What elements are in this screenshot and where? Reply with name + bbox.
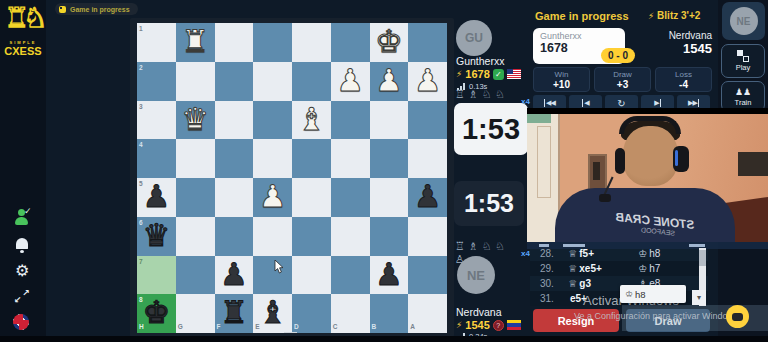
- play-board-icon: [737, 50, 749, 62]
- site-logo-icon[interactable]: ♜♞: [2, 2, 44, 33]
- file-label-g: G: [178, 323, 183, 330]
- queen-move-icon: ♕: [568, 263, 577, 274]
- stat-loss: Loss -4: [655, 67, 712, 92]
- ve-flag-icon: [507, 320, 521, 330]
- square-b6[interactable]: [370, 217, 409, 256]
- square-b7[interactable]: ♟: [370, 256, 409, 295]
- bottom-strip: [0, 336, 768, 342]
- captured-pawn-count: x4: [521, 249, 530, 258]
- board-mini-icon: [59, 6, 66, 13]
- square-e8[interactable]: ♝E: [253, 294, 292, 333]
- players-column: GU Guntherxx ⚡ 1678 ✓ 0.13s ♖ ♗ ♘ ♘ ♙ x4…: [452, 0, 530, 342]
- verified-badge-icon: ✓: [493, 69, 504, 80]
- square-g6[interactable]: [176, 217, 215, 256]
- bottom-player-rating: 1545: [465, 319, 489, 331]
- square-a5[interactable]: ♟: [408, 178, 447, 217]
- panel-game-status: Game in progress: [535, 10, 629, 22]
- rank-label-1: 1: [139, 25, 143, 32]
- square-h1[interactable]: 1: [137, 23, 176, 62]
- black-pawn-a5[interactable]: ♟: [408, 176, 447, 216]
- mouse-cursor: [274, 260, 285, 274]
- square-f4[interactable]: [215, 139, 254, 178]
- square-f5[interactable]: [215, 178, 254, 217]
- square-d2[interactable]: [292, 62, 331, 101]
- play-button[interactable]: Play: [721, 44, 765, 78]
- activate-windows-watermark-line2: Ve a Configuración para activar Window: [574, 311, 734, 321]
- chat-icon: [732, 313, 743, 321]
- square-c2[interactable]: ♟: [331, 62, 370, 101]
- square-a4[interactable]: [408, 139, 447, 178]
- square-c7[interactable]: [331, 256, 370, 295]
- stat-win: Win +10: [533, 67, 590, 92]
- move-row-29[interactable]: 29. ♕xe5+ ♔h7: [530, 261, 708, 276]
- square-a6[interactable]: [408, 217, 447, 256]
- provisional-badge-icon: ?: [493, 320, 504, 331]
- square-h7[interactable]: 7: [137, 256, 176, 295]
- square-a1[interactable]: [408, 23, 447, 62]
- train-pieces-icon: ♟♟: [735, 87, 751, 97]
- square-d1[interactable]: [292, 23, 331, 62]
- app-window: ♜♞ SIMPLE CXESS ✓ ⚙ ↗ ↙ Game in progress…: [0, 0, 768, 342]
- file-label-f: F: [217, 323, 221, 330]
- rank-label-4: 4: [139, 141, 143, 148]
- square-g3[interactable]: ♛: [176, 101, 215, 140]
- stat-draw: Draw +3: [594, 67, 651, 92]
- rank-label-7: 7: [139, 258, 143, 265]
- square-d3[interactable]: ♝: [292, 101, 331, 140]
- us-flag-icon: [507, 69, 521, 79]
- queen-move-icon: ♕: [568, 248, 577, 259]
- white-bishop-d3[interactable]: ♝: [292, 99, 331, 139]
- headphones: [619, 116, 681, 134]
- panel-black-name: Nerdvana: [620, 30, 712, 41]
- white-king-b1[interactable]: ♚: [370, 21, 409, 61]
- white-pawn-a2[interactable]: ♟: [408, 60, 447, 100]
- king-move-icon: ♔: [625, 289, 633, 299]
- streamer-face: [623, 126, 678, 186]
- square-e4[interactable]: [253, 139, 292, 178]
- panel-white-name: Guntherxx: [540, 31, 625, 41]
- scroll-down-arrow[interactable]: ▾: [692, 290, 706, 305]
- streamer-shirt: STONE CRAB SEAFOOD: [555, 188, 735, 242]
- square-c3[interactable]: [331, 101, 370, 140]
- square-c8[interactable]: C: [331, 294, 370, 333]
- square-g1[interactable]: ♜: [176, 23, 215, 62]
- rank-label-3: 3: [139, 103, 143, 110]
- white-pawn-b2[interactable]: ♟: [370, 60, 409, 100]
- square-e6[interactable]: [253, 217, 292, 256]
- square-a3[interactable]: [408, 101, 447, 140]
- square-a8[interactable]: A: [408, 294, 447, 333]
- square-d8[interactable]: D: [292, 294, 331, 333]
- queen-move-icon: ♕: [568, 278, 577, 289]
- current-move-tooltip: ♔ h8: [620, 285, 686, 303]
- square-b4[interactable]: [370, 139, 409, 178]
- file-label-d: D: [294, 323, 299, 330]
- square-c6[interactable]: [331, 217, 370, 256]
- site-logo-line2: CXESS: [0, 45, 46, 57]
- microphone: [599, 194, 611, 202]
- gear-icon[interactable]: ⚙: [15, 262, 35, 282]
- king-move-icon: ♔: [638, 248, 647, 259]
- file-label-c: C: [333, 323, 338, 330]
- webcam-overlay[interactable]: STONE CRAB SEAFOOD: [527, 114, 768, 242]
- square-b3[interactable]: [370, 101, 409, 140]
- square-e7[interactable]: [253, 256, 292, 295]
- square-f6[interactable]: [215, 217, 254, 256]
- square-e3[interactable]: [253, 101, 292, 140]
- square-b8[interactable]: B: [370, 294, 409, 333]
- game-status-pill: Game in progress: [55, 3, 138, 15]
- square-f8[interactable]: ♜F: [215, 294, 254, 333]
- square-g7[interactable]: [176, 256, 215, 295]
- square-d5[interactable]: [292, 178, 331, 217]
- square-c4[interactable]: [331, 139, 370, 178]
- white-queen-g3[interactable]: ♛: [176, 99, 215, 139]
- file-label-b: B: [372, 323, 377, 330]
- square-c1[interactable]: [331, 23, 370, 62]
- rank-label-6: 6: [139, 219, 143, 226]
- rank-label-8: 8: [139, 296, 143, 303]
- chat-bubble-button[interactable]: [726, 305, 749, 328]
- bolt-icon: ⚡: [456, 320, 462, 330]
- square-f1[interactable]: [215, 23, 254, 62]
- square-a7[interactable]: [408, 256, 447, 295]
- rating-change-row: Win +10 Draw +3 Loss -4: [533, 67, 712, 92]
- square-f7[interactable]: ♟: [215, 256, 254, 295]
- chessboard[interactable]: 1♜♚2♟♟♟3♛♝4♟5♟♟♛67♟♟♚8HG♜F♝EDCBA: [137, 23, 447, 333]
- account-avatar[interactable]: NE: [730, 7, 758, 35]
- square-b5[interactable]: [370, 178, 409, 217]
- square-h8[interactable]: ♚8H: [137, 294, 176, 333]
- expand-icon[interactable]: ↗ ↙: [13, 288, 33, 308]
- file-label-h: H: [139, 323, 144, 330]
- square-h2[interactable]: 2: [137, 62, 176, 101]
- square-d7[interactable]: [292, 256, 331, 295]
- square-b2[interactable]: ♟: [370, 62, 409, 101]
- square-g8[interactable]: G: [176, 294, 215, 333]
- white-rook-g1[interactable]: ♜: [176, 21, 215, 61]
- square-a2[interactable]: ♟: [408, 62, 447, 101]
- square-h6[interactable]: ♛6: [137, 217, 176, 256]
- bolt-icon: ⚡: [456, 69, 462, 79]
- account-avatar-card[interactable]: NE: [722, 2, 765, 40]
- square-e5[interactable]: ♟: [253, 178, 292, 217]
- time-control: ⚡ Blitz 3'+2: [648, 10, 700, 21]
- bottom-player-name[interactable]: Nerdvana: [456, 306, 502, 318]
- square-g4[interactable]: [176, 139, 215, 178]
- square-h5[interactable]: ♟5: [137, 178, 176, 217]
- square-e2[interactable]: [253, 62, 292, 101]
- file-label-e: E: [255, 323, 259, 330]
- black-pawn-b7[interactable]: ♟: [370, 254, 409, 294]
- clock-bottom-player: 1:53: [454, 181, 524, 226]
- square-g2[interactable]: [176, 62, 215, 101]
- top-player-name[interactable]: Guntherxx: [456, 55, 504, 67]
- bell-icon[interactable]: [13, 236, 33, 256]
- friends-online-icon[interactable]: ✓: [13, 208, 33, 228]
- white-pawn-e5[interactable]: ♟: [253, 176, 292, 216]
- webcam-bottom-bar: [527, 242, 768, 249]
- square-b1[interactable]: ♚: [370, 23, 409, 62]
- square-g5[interactable]: [176, 178, 215, 217]
- avatar-bottom-player[interactable]: NE: [457, 256, 495, 294]
- square-d6[interactable]: [292, 217, 331, 256]
- square-e1[interactable]: [253, 23, 292, 62]
- square-f2[interactable]: [215, 62, 254, 101]
- square-c5[interactable]: [331, 178, 370, 217]
- clock-top-player: 1:53: [454, 103, 528, 155]
- white-pawn-c2[interactable]: ♟: [331, 60, 370, 100]
- king-move-icon: ♔: [638, 263, 647, 274]
- bolt-icon: ⚡: [648, 11, 654, 21]
- avatar-top-player[interactable]: GU: [456, 20, 492, 56]
- black-pawn-f7[interactable]: ♟: [215, 254, 254, 294]
- language-flag-icon[interactable]: [13, 314, 33, 334]
- top-player-rating: 1678: [465, 68, 489, 80]
- rank-label-2: 2: [139, 64, 143, 71]
- square-h4[interactable]: 4: [137, 139, 176, 178]
- rank-label-5: 5: [139, 180, 143, 187]
- file-label-a: A: [410, 323, 415, 330]
- match-score-badge: 0 - 0: [601, 48, 635, 63]
- webcam-shelf: [738, 152, 768, 176]
- square-h3[interactable]: 3: [137, 101, 176, 140]
- square-f3[interactable]: [215, 101, 254, 140]
- square-d4[interactable]: [292, 139, 331, 178]
